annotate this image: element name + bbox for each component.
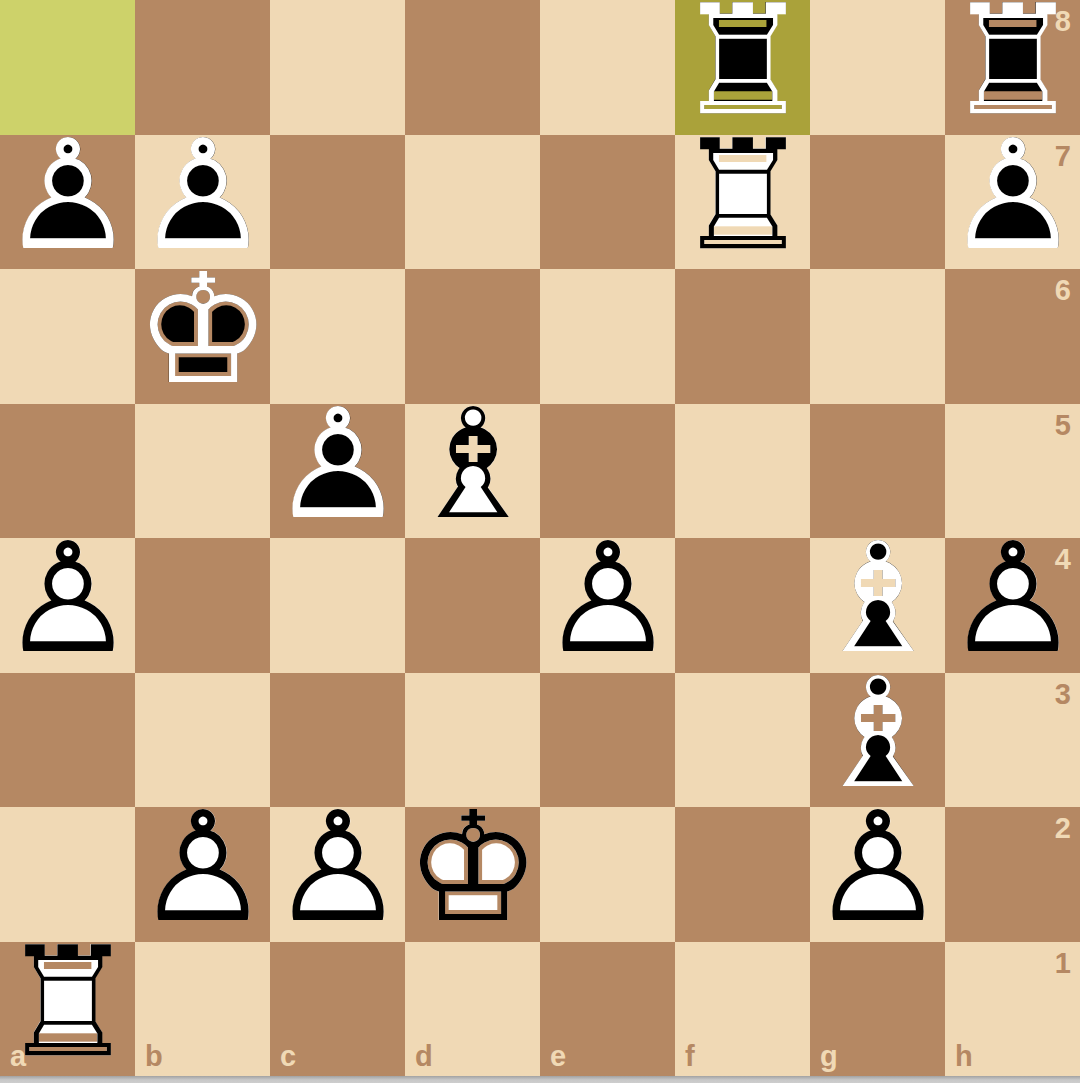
square-b7[interactable]: ♟♙ (135, 135, 270, 270)
piece-white-bishop[interactable]: ♝♗ (405, 404, 540, 539)
square-b4[interactable] (135, 538, 270, 673)
file-label-c: c (280, 1040, 296, 1073)
square-b1[interactable]: b (135, 942, 270, 1077)
square-e3[interactable] (540, 673, 675, 808)
square-b8[interactable] (135, 0, 270, 135)
square-h2[interactable]: 2 (945, 807, 1080, 942)
square-f7[interactable]: ♜♖ (675, 135, 810, 270)
square-a7[interactable]: ♟♙ (0, 135, 135, 270)
square-f6[interactable] (675, 269, 810, 404)
square-g4[interactable]: ♝♗ (810, 538, 945, 673)
square-c7[interactable] (270, 135, 405, 270)
file-label-e: e (550, 1040, 566, 1073)
piece-white-pawn[interactable]: ♟♙ (270, 807, 405, 942)
square-c4[interactable] (270, 538, 405, 673)
square-d1[interactable]: d (405, 942, 540, 1077)
piece-black-pawn[interactable]: ♟♙ (135, 135, 270, 270)
square-g3[interactable]: ♝♗ (810, 673, 945, 808)
square-f5[interactable] (675, 404, 810, 539)
window-bottom-edge (0, 1076, 1080, 1083)
file-label-h: h (955, 1040, 973, 1073)
square-a4[interactable]: ♟♙ (0, 538, 135, 673)
square-g6[interactable] (810, 269, 945, 404)
rank-label-6: 6 (1055, 274, 1071, 307)
square-h1[interactable]: 1h (945, 942, 1080, 1077)
square-g7[interactable] (810, 135, 945, 270)
square-c3[interactable] (270, 673, 405, 808)
piece-white-pawn[interactable]: ♟♙ (0, 538, 135, 673)
square-b6[interactable]: ♚♔ (135, 269, 270, 404)
chess-board: ♜♖♜♖8♟♙♟♙♜♖♟♙7♚♔6♟♙♝♗5♟♙♟♙♝♗♟♙4♝♗3♟♙♟♙♚♔… (0, 0, 1080, 1076)
square-f3[interactable] (675, 673, 810, 808)
rank-label-2: 2 (1055, 812, 1071, 845)
square-d7[interactable] (405, 135, 540, 270)
square-a8[interactable] (0, 0, 135, 135)
square-b2[interactable]: ♟♙ (135, 807, 270, 942)
chess-board-container: ♜♖♜♖8♟♙♟♙♜♖♟♙7♚♔6♟♙♝♗5♟♙♟♙♝♗♟♙4♝♗3♟♙♟♙♚♔… (0, 0, 1080, 1083)
square-b3[interactable] (135, 673, 270, 808)
piece-white-pawn[interactable]: ♟♙ (540, 538, 675, 673)
square-g8[interactable] (810, 0, 945, 135)
square-h3[interactable]: 3 (945, 673, 1080, 808)
square-e4[interactable]: ♟♙ (540, 538, 675, 673)
rank-label-7: 7 (1055, 140, 1071, 173)
square-b5[interactable] (135, 404, 270, 539)
file-label-f: f (685, 1040, 695, 1073)
square-h7[interactable]: ♟♙7 (945, 135, 1080, 270)
square-d4[interactable] (405, 538, 540, 673)
square-g1[interactable]: g (810, 942, 945, 1077)
square-c5[interactable]: ♟♙ (270, 404, 405, 539)
square-f8[interactable]: ♜♖ (675, 0, 810, 135)
file-label-d: d (415, 1040, 433, 1073)
rank-label-5: 5 (1055, 409, 1071, 442)
square-h4[interactable]: ♟♙4 (945, 538, 1080, 673)
square-d6[interactable] (405, 269, 540, 404)
rank-label-1: 1 (1055, 947, 1071, 980)
piece-white-king[interactable]: ♚♔ (405, 807, 540, 942)
square-a1[interactable]: ♜♖a (0, 942, 135, 1077)
piece-white-pawn[interactable]: ♟♙ (810, 807, 945, 942)
square-g5[interactable] (810, 404, 945, 539)
square-h5[interactable]: 5 (945, 404, 1080, 539)
square-g2[interactable]: ♟♙ (810, 807, 945, 942)
square-a3[interactable] (0, 673, 135, 808)
piece-black-king[interactable]: ♚♔ (135, 269, 270, 404)
rank-label-3: 3 (1055, 678, 1071, 711)
rank-label-4: 4 (1055, 543, 1071, 576)
square-e1[interactable]: e (540, 942, 675, 1077)
piece-black-bishop[interactable]: ♝♗ (810, 538, 945, 673)
square-e6[interactable] (540, 269, 675, 404)
piece-black-pawn[interactable]: ♟♙ (270, 404, 405, 539)
square-e7[interactable] (540, 135, 675, 270)
file-label-a: a (10, 1040, 26, 1073)
rank-label-8: 8 (1055, 5, 1071, 38)
square-h8[interactable]: ♜♖8 (945, 0, 1080, 135)
file-label-g: g (820, 1040, 838, 1073)
square-f1[interactable]: f (675, 942, 810, 1077)
square-f2[interactable] (675, 807, 810, 942)
square-c6[interactable] (270, 269, 405, 404)
square-c2[interactable]: ♟♙ (270, 807, 405, 942)
piece-white-pawn[interactable]: ♟♙ (135, 807, 270, 942)
square-d3[interactable] (405, 673, 540, 808)
piece-black-bishop[interactable]: ♝♗ (810, 673, 945, 808)
square-e5[interactable] (540, 404, 675, 539)
square-a6[interactable] (0, 269, 135, 404)
piece-white-rook[interactable]: ♜♖ (675, 135, 810, 270)
square-f4[interactable] (675, 538, 810, 673)
square-h6[interactable]: 6 (945, 269, 1080, 404)
square-e2[interactable] (540, 807, 675, 942)
piece-black-rook[interactable]: ♜♖ (675, 0, 810, 135)
square-d8[interactable] (405, 0, 540, 135)
square-a2[interactable] (0, 807, 135, 942)
square-e8[interactable] (540, 0, 675, 135)
square-d5[interactable]: ♝♗ (405, 404, 540, 539)
square-d2[interactable]: ♚♔ (405, 807, 540, 942)
square-c1[interactable]: c (270, 942, 405, 1077)
square-a5[interactable] (0, 404, 135, 539)
square-c8[interactable] (270, 0, 405, 135)
file-label-b: b (145, 1040, 163, 1073)
piece-black-pawn[interactable]: ♟♙ (0, 135, 135, 270)
